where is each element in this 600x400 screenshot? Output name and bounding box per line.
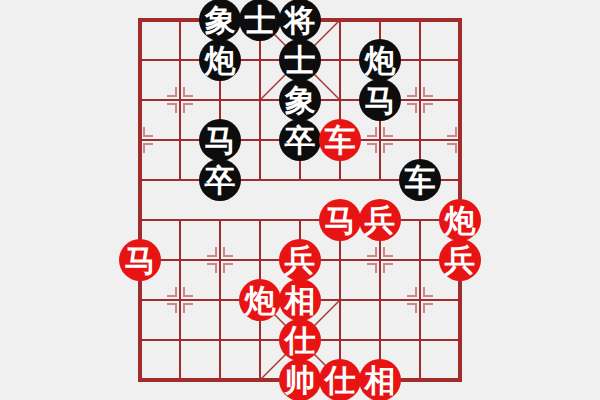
black-advisor[interactable]: 士 [239,0,281,41]
pieces-layer: 象士将炮士炮象马马卒车卒车马兵炮马兵兵炮相仕帅仕相 [0,0,600,400]
black-cannon[interactable]: 炮 [199,39,241,81]
black-soldier[interactable]: 卒 [279,119,321,161]
red-advisor[interactable]: 仕 [319,359,361,400]
red-general[interactable]: 帅 [279,359,321,400]
board-stage: 象士将炮士炮象马马卒车卒车马兵炮马兵兵炮相仕帅仕相 [0,0,600,400]
red-cannon[interactable]: 炮 [439,199,481,241]
black-soldier[interactable]: 卒 [199,159,241,201]
black-elephant[interactable]: 象 [279,79,321,121]
red-cannon[interactable]: 炮 [239,279,281,321]
red-horse[interactable]: 马 [119,239,161,281]
red-elephant[interactable]: 相 [359,359,401,400]
red-soldier[interactable]: 兵 [359,199,401,241]
black-horse[interactable]: 马 [199,119,241,161]
red-soldier[interactable]: 兵 [279,239,321,281]
red-horse[interactable]: 马 [319,199,361,241]
red-elephant[interactable]: 相 [279,279,321,321]
black-elephant[interactable]: 象 [199,0,241,41]
black-general[interactable]: 将 [279,0,321,41]
red-chariot[interactable]: 车 [319,119,361,161]
black-cannon[interactable]: 炮 [359,39,401,81]
black-horse[interactable]: 马 [359,79,401,121]
black-chariot[interactable]: 车 [399,159,441,201]
red-soldier[interactable]: 兵 [439,239,481,281]
red-advisor[interactable]: 仕 [279,319,321,361]
black-advisor[interactable]: 士 [279,39,321,81]
